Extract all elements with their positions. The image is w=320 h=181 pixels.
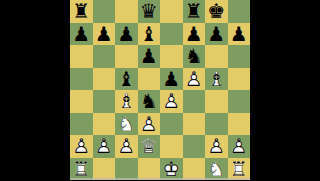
piece-black-rook: ♜ xyxy=(183,0,206,23)
white-pawn-outline: ♙ xyxy=(138,113,161,136)
black-knight-glyph: ♞ xyxy=(183,45,206,68)
square-a1[interactable]: ♜♖ xyxy=(70,158,93,181)
square-g6[interactable] xyxy=(205,45,228,68)
square-d1[interactable] xyxy=(138,158,161,181)
square-f7[interactable]: ♟ xyxy=(183,23,206,46)
white-pawn-outline: ♙ xyxy=(70,135,93,158)
square-g7[interactable]: ♟ xyxy=(205,23,228,46)
square-b8[interactable] xyxy=(93,0,116,23)
square-f1[interactable] xyxy=(183,158,206,181)
white-rook-outline: ♖ xyxy=(70,158,93,181)
frame-bottom-edge xyxy=(70,178,250,180)
white-bishop-outline: ♗ xyxy=(205,68,228,91)
square-f4[interactable] xyxy=(183,90,206,113)
piece-black-bishop: ♝ xyxy=(115,68,138,91)
piece-white-pawn: ♟♙ xyxy=(205,135,228,158)
square-h4[interactable] xyxy=(228,90,251,113)
white-pawn-outline: ♙ xyxy=(205,135,228,158)
square-a2[interactable]: ♟♙ xyxy=(70,135,93,158)
square-b4[interactable] xyxy=(93,90,116,113)
black-king-glyph: ♚ xyxy=(205,0,228,23)
square-a8[interactable]: ♜ xyxy=(70,0,93,23)
piece-white-bishop: ♝♗ xyxy=(205,68,228,91)
piece-white-pawn: ♟♙ xyxy=(70,135,93,158)
white-pawn-outline: ♙ xyxy=(160,90,183,113)
piece-white-rook: ♜♖ xyxy=(70,158,93,181)
square-b1[interactable] xyxy=(93,158,116,181)
square-g5[interactable]: ♝♗ xyxy=(205,68,228,91)
square-d2[interactable]: ♛♕ xyxy=(138,135,161,158)
white-pawn-outline: ♙ xyxy=(183,68,206,91)
black-pawn-glyph: ♟ xyxy=(138,45,161,68)
square-c2[interactable]: ♟♙ xyxy=(115,135,138,158)
square-e5[interactable]: ♟ xyxy=(160,68,183,91)
square-f2[interactable] xyxy=(183,135,206,158)
square-d7[interactable]: ♝ xyxy=(138,23,161,46)
square-f3[interactable] xyxy=(183,113,206,136)
black-bishop-glyph: ♝ xyxy=(115,68,138,91)
white-knight-outline: ♘ xyxy=(115,113,138,136)
square-b6[interactable] xyxy=(93,45,116,68)
piece-black-knight: ♞ xyxy=(183,45,206,68)
square-c4[interactable]: ♝♗ xyxy=(115,90,138,113)
square-a5[interactable] xyxy=(70,68,93,91)
square-a6[interactable] xyxy=(70,45,93,68)
square-g2[interactable]: ♟♙ xyxy=(205,135,228,158)
square-c6[interactable] xyxy=(115,45,138,68)
piece-white-bishop: ♝♗ xyxy=(115,90,138,113)
white-rook-outline: ♖ xyxy=(228,158,251,181)
piece-white-king: ♚♔ xyxy=(160,158,183,181)
square-d5[interactable] xyxy=(138,68,161,91)
white-queen-outline: ♕ xyxy=(138,135,161,158)
piece-black-pawn: ♟ xyxy=(115,23,138,46)
piece-white-pawn: ♟♙ xyxy=(138,113,161,136)
piece-white-rook: ♜♖ xyxy=(228,158,251,181)
square-g4[interactable] xyxy=(205,90,228,113)
square-e6[interactable] xyxy=(160,45,183,68)
square-e1[interactable]: ♚♔ xyxy=(160,158,183,181)
square-h2[interactable]: ♟♙ xyxy=(228,135,251,158)
square-d3[interactable]: ♟♙ xyxy=(138,113,161,136)
square-f8[interactable]: ♜ xyxy=(183,0,206,23)
square-d4[interactable]: ♞ xyxy=(138,90,161,113)
square-e7[interactable] xyxy=(160,23,183,46)
chess-board: ♜♛♜♚♟♟♟♝♟♟♟♟♞♝♟♟♙♝♗♝♗♞♟♙♞♘♟♙♟♙♟♙♟♙♛♕♟♙♟♙… xyxy=(70,0,250,180)
white-knight-outline: ♘ xyxy=(205,158,228,181)
square-c5[interactable]: ♝ xyxy=(115,68,138,91)
square-h3[interactable] xyxy=(228,113,251,136)
square-h7[interactable]: ♟ xyxy=(228,23,251,46)
piece-white-pawn: ♟♙ xyxy=(160,90,183,113)
black-queen-glyph: ♛ xyxy=(138,0,161,23)
square-g1[interactable]: ♞♘ xyxy=(205,158,228,181)
piece-white-pawn: ♟♙ xyxy=(228,135,251,158)
white-bishop-outline: ♗ xyxy=(115,90,138,113)
video-frame: ♜♛♜♚♟♟♟♝♟♟♟♟♞♝♟♟♙♝♗♝♗♞♟♙♞♘♟♙♟♙♟♙♟♙♛♕♟♙♟♙… xyxy=(0,0,320,180)
square-h8[interactable] xyxy=(228,0,251,23)
piece-white-knight: ♞♘ xyxy=(115,113,138,136)
black-pawn-glyph: ♟ xyxy=(115,23,138,46)
piece-white-pawn: ♟♙ xyxy=(93,135,116,158)
square-b5[interactable] xyxy=(93,68,116,91)
square-h1[interactable]: ♜♖ xyxy=(228,158,251,181)
piece-black-pawn: ♟ xyxy=(183,23,206,46)
piece-black-pawn: ♟ xyxy=(228,23,251,46)
square-e8[interactable] xyxy=(160,0,183,23)
white-pawn-outline: ♙ xyxy=(228,135,251,158)
white-pawn-outline: ♙ xyxy=(93,135,116,158)
piece-black-pawn: ♟ xyxy=(205,23,228,46)
black-pawn-glyph: ♟ xyxy=(160,68,183,91)
square-g3[interactable] xyxy=(205,113,228,136)
piece-black-rook: ♜ xyxy=(70,0,93,23)
piece-black-queen: ♛ xyxy=(138,0,161,23)
square-c3[interactable]: ♞♘ xyxy=(115,113,138,136)
square-c1[interactable] xyxy=(115,158,138,181)
piece-white-knight: ♞♘ xyxy=(205,158,228,181)
square-e4[interactable]: ♟♙ xyxy=(160,90,183,113)
black-rook-glyph: ♜ xyxy=(70,0,93,23)
square-d6[interactable]: ♟ xyxy=(138,45,161,68)
black-pawn-glyph: ♟ xyxy=(183,23,206,46)
square-a7[interactable]: ♟ xyxy=(70,23,93,46)
black-rook-glyph: ♜ xyxy=(183,0,206,23)
piece-white-queen: ♛♕ xyxy=(138,135,161,158)
piece-black-knight: ♞ xyxy=(138,90,161,113)
piece-black-pawn: ♟ xyxy=(138,45,161,68)
piece-white-pawn: ♟♙ xyxy=(115,135,138,158)
black-bishop-glyph: ♝ xyxy=(138,23,161,46)
square-g8[interactable]: ♚ xyxy=(205,0,228,23)
white-king-outline: ♔ xyxy=(160,158,183,181)
black-pawn-glyph: ♟ xyxy=(70,23,93,46)
square-c8[interactable] xyxy=(115,0,138,23)
black-pawn-glyph: ♟ xyxy=(228,23,251,46)
square-a4[interactable] xyxy=(70,90,93,113)
square-b7[interactable]: ♟ xyxy=(93,23,116,46)
piece-black-pawn: ♟ xyxy=(70,23,93,46)
piece-black-king: ♚ xyxy=(205,0,228,23)
piece-black-bishop: ♝ xyxy=(138,23,161,46)
piece-black-pawn: ♟ xyxy=(160,68,183,91)
square-e2[interactable] xyxy=(160,135,183,158)
square-b2[interactable]: ♟♙ xyxy=(93,135,116,158)
square-f5[interactable]: ♟♙ xyxy=(183,68,206,91)
square-f6[interactable]: ♞ xyxy=(183,45,206,68)
black-pawn-glyph: ♟ xyxy=(205,23,228,46)
white-pawn-outline: ♙ xyxy=(115,135,138,158)
black-pawn-glyph: ♟ xyxy=(93,23,116,46)
piece-black-pawn: ♟ xyxy=(93,23,116,46)
square-c7[interactable]: ♟ xyxy=(115,23,138,46)
square-d8[interactable]: ♛ xyxy=(138,0,161,23)
square-h5[interactable] xyxy=(228,68,251,91)
square-a3[interactable] xyxy=(70,113,93,136)
black-knight-glyph: ♞ xyxy=(138,90,161,113)
square-h6[interactable] xyxy=(228,45,251,68)
piece-white-pawn: ♟♙ xyxy=(183,68,206,91)
square-e3[interactable] xyxy=(160,113,183,136)
square-b3[interactable] xyxy=(93,113,116,136)
